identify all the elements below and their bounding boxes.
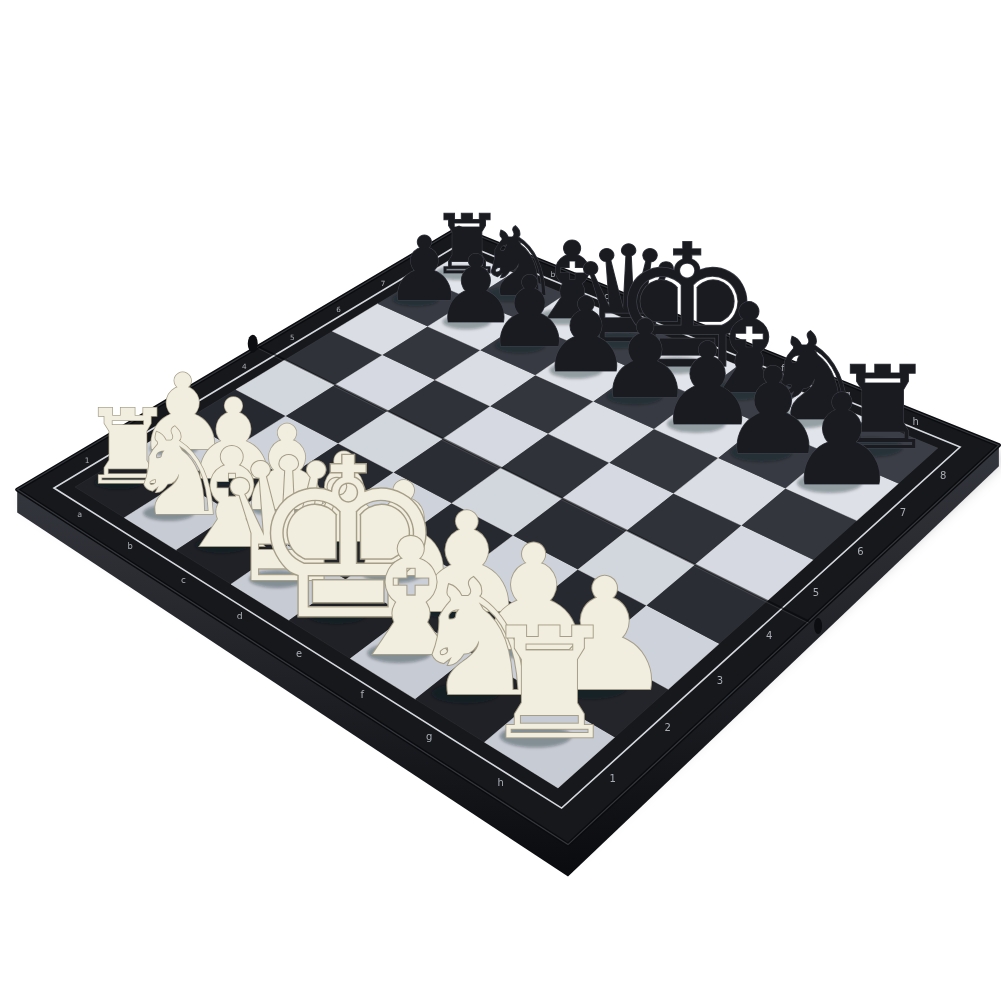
coord-rank-left-6: 6: [336, 305, 341, 314]
coord-file-near-b: b: [127, 541, 132, 551]
coord-rank-right-7: 7: [900, 507, 906, 518]
coord-rank-right-1: 1: [610, 773, 616, 784]
coord-rank-right-8: 8: [940, 470, 946, 481]
piece-black-pawn-h7[interactable]: ♟: [785, 367, 898, 514]
coord-rank-right-5: 5: [813, 587, 819, 598]
hinge-right: [814, 618, 822, 634]
product-photo-stage: aabbccddeeffgghh1122334455667788♜♞♟♝♟♛♟♚…: [0, 0, 1001, 1001]
coord-rank-right-6: 6: [857, 546, 863, 557]
coord-file-near-a: a: [77, 510, 82, 519]
coord-file-near-g: g: [426, 731, 432, 742]
coord-file-near-h: h: [497, 777, 503, 788]
piece-white-rook-h1[interactable]: ♜: [481, 595, 618, 773]
coord-rank-right-4: 4: [766, 630, 772, 641]
chessboard: aabbccddeeffgghh1122334455667788♜♞♟♝♟♛♟♚…: [0, 0, 1001, 1001]
coord-rank-left-4: 4: [242, 362, 247, 371]
coord-rank-right-3: 3: [717, 675, 723, 686]
pieces-layer: ♜♞♟♝♟♛♟♚♟♝♟♞♟♜♟♟♟♜♟♟♞♟♝♟♛♟♚♟♝♟♞♜: [82, 197, 935, 773]
coord-rank-left-5: 5: [290, 333, 295, 342]
hinge-left: [248, 335, 258, 353]
